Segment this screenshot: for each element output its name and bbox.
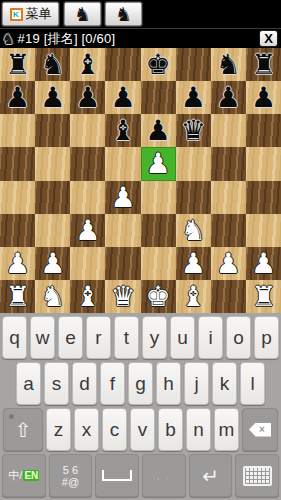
square-g1[interactable] [211,280,246,313]
square-g8[interactable]: ♞ [211,48,246,81]
shift-key[interactable]: ⇧ [3,408,43,451]
key-k[interactable]: k [212,362,237,405]
symbols-line1: 5 6 [63,464,78,476]
square-h2[interactable]: ♟ [246,247,281,280]
square-a4[interactable] [0,181,35,214]
piece-black-rook: ♜ [251,48,276,81]
knight-button-1[interactable]: ♞ [64,2,101,26]
key-y[interactable]: y [142,316,167,359]
key-x[interactable]: x [74,408,99,451]
key-s[interactable]: s [44,362,69,405]
square-g4[interactable] [211,181,246,214]
knight-icon: ♞ [115,5,132,24]
square-a5[interactable] [0,147,35,180]
close-button[interactable]: X [259,30,278,47]
square-a6[interactable] [0,114,35,147]
enter-key[interactable]: ↵ [189,454,233,497]
lang-prefix: 中/ [8,468,22,483]
piece-black-pawn: ♟ [216,81,241,114]
key-u[interactable]: u [170,316,195,359]
knight-icon: ♞ [2,32,15,46]
language-toggle-key[interactable]: 中/ EN [2,454,46,497]
square-a7[interactable]: ♟ [0,81,35,114]
key-d[interactable]: d [72,362,97,405]
key-t[interactable]: t [114,316,139,359]
space-key[interactable] [95,454,139,497]
key-p[interactable]: p [254,316,279,359]
piece-white-pawn: ♟ [251,247,276,280]
piece-white-king: ♚ [146,280,171,313]
piece-white-queen: ♛ [110,280,135,313]
key-e[interactable]: e [58,316,83,359]
shift-icon: ⇧ [15,420,32,440]
punctuation-key[interactable]: , . [142,454,186,497]
square-e2[interactable] [141,247,176,280]
piece-white-pawn: ♟ [110,181,135,214]
keyboard-icon [243,466,272,486]
title-bar: K 菜单 ♞ ♞ [0,0,281,28]
square-h5[interactable] [246,147,281,180]
puzzle-status-text: #19 [排名] [0/60] [18,30,116,48]
menu-button[interactable]: K 菜单 [2,2,59,26]
square-c7[interactable]: ♟ [70,81,105,114]
ime-switch-key[interactable] [235,454,279,497]
key-z[interactable]: z [46,408,71,451]
piece-black-rook: ♜ [5,48,30,81]
square-d6[interactable]: ♝ [105,114,140,147]
square-h8[interactable]: ♜ [246,48,281,81]
app-k-icon: K [10,8,23,21]
piece-black-queen: ♛ [181,114,206,147]
piece-white-pawn: ♟ [5,247,30,280]
punctuation-label: , . [157,470,171,481]
piece-white-bishop: ♝ [75,280,100,313]
status-bar: ♞ #19 [排名] [0/60] X [0,28,281,48]
square-b1[interactable]: ♞ [35,280,70,313]
key-l[interactable]: l [240,362,265,405]
square-h6[interactable] [246,114,281,147]
key-w[interactable]: w [30,316,55,359]
piece-black-knight: ♞ [216,48,241,81]
square-f7[interactable]: ♟ [176,81,211,114]
key-g[interactable]: g [128,362,153,405]
square-d3[interactable] [105,214,140,247]
symbols-key[interactable]: 5 6 #@ [49,454,93,497]
square-a8[interactable]: ♜ [0,48,35,81]
square-g6[interactable] [211,114,246,147]
piece-black-pawn: ♟ [40,81,65,114]
enter-icon: ↵ [202,466,219,486]
square-h1[interactable]: ♜ [246,280,281,313]
square-b8[interactable]: ♞ [35,48,70,81]
square-d2[interactable] [105,247,140,280]
key-a[interactable]: a [16,362,41,405]
piece-black-pawn: ♟ [146,114,171,147]
keyboard-row-2: asdfghjkl [0,362,281,405]
backspace-key[interactable]: × [242,408,278,451]
square-d8[interactable] [105,48,140,81]
knight-icon: ♞ [74,5,91,24]
square-c1[interactable]: ♝ [70,280,105,313]
piece-black-knight: ♞ [40,48,65,81]
lang-active-badge: EN [23,470,39,481]
piece-black-pawn: ♟ [181,81,206,114]
square-e5[interactable]: ♟ [141,147,176,180]
square-h3[interactable] [246,214,281,247]
piece-black-pawn: ♟ [110,81,135,114]
space-icon [102,470,132,481]
square-f5[interactable] [176,147,211,180]
square-e7[interactable] [141,81,176,114]
keyboard-bottom-row: 中/ EN 5 6 #@ , . ↵ [0,454,281,497]
square-e8[interactable]: ♚ [141,48,176,81]
square-b6[interactable] [35,114,70,147]
piece-black-pawn: ♟ [251,81,276,114]
square-f6[interactable]: ♛ [176,114,211,147]
square-d5[interactable] [105,147,140,180]
key-b[interactable]: b [158,408,183,451]
piece-white-pawn: ♟ [216,247,241,280]
square-a1[interactable]: ♜ [0,280,35,313]
square-a3[interactable] [0,214,35,247]
square-d1[interactable]: ♛ [105,280,140,313]
piece-white-rook: ♜ [251,280,276,313]
piece-white-pawn: ♟ [75,214,100,247]
key-v[interactable]: v [130,408,155,451]
piece-white-bishop: ♝ [181,280,206,313]
key-r[interactable]: r [86,316,111,359]
square-b4[interactable] [35,181,70,214]
knight-button-2[interactable]: ♞ [105,2,142,26]
key-i[interactable]: i [198,316,223,359]
piece-white-pawn: ♟ [40,247,65,280]
square-e4[interactable] [141,181,176,214]
piece-white-knight: ♞ [181,214,206,247]
virtual-keyboard: qwertyuiop asdfghjkl ⇧ zxcvbnm × 中/ EN 5… [0,313,281,500]
square-e3[interactable] [141,214,176,247]
square-f1[interactable]: ♝ [176,280,211,313]
key-j[interactable]: j [184,362,209,405]
piece-black-bishop: ♝ [110,114,135,147]
square-e6[interactable]: ♟ [141,114,176,147]
square-g2[interactable]: ♟ [211,247,246,280]
square-c8[interactable]: ♝ [70,48,105,81]
square-h4[interactable] [246,181,281,214]
key-q[interactable]: q [2,316,27,359]
square-c5[interactable] [70,147,105,180]
square-f2[interactable]: ♟ [176,247,211,280]
key-c[interactable]: c [102,408,127,451]
piece-black-pawn: ♟ [75,81,100,114]
piece-black-pawn: ♟ [5,81,30,114]
square-b3[interactable] [35,214,70,247]
square-a2[interactable]: ♟ [0,247,35,280]
square-c3[interactable]: ♟ [70,214,105,247]
square-c6[interactable] [70,114,105,147]
piece-white-knight: ♞ [40,280,65,313]
menu-button-label: 菜单 [26,5,52,23]
square-h7[interactable]: ♟ [246,81,281,114]
square-c2[interactable] [70,247,105,280]
square-f3[interactable]: ♞ [176,214,211,247]
square-g5[interactable] [211,147,246,180]
square-c4[interactable] [70,181,105,214]
square-f8[interactable] [176,48,211,81]
square-g7[interactable]: ♟ [211,81,246,114]
key-m[interactable]: m [214,408,239,451]
square-f4[interactable] [176,181,211,214]
piece-white-rook: ♜ [5,280,30,313]
piece-white-pawn: ♟ [181,247,206,280]
square-g3[interactable] [211,214,246,247]
keyboard-row-3: ⇧ zxcvbnm × [0,408,281,451]
chess-app-screen: K 菜单 ♞ ♞ ♞ #19 [排名] [0/60] X ♜♞♝♚♞♜♟♟♟♟♟… [0,0,281,500]
key-n[interactable]: n [186,408,211,451]
square-d4[interactable]: ♟ [105,181,140,214]
square-e1[interactable]: ♚ [141,280,176,313]
key-f[interactable]: f [100,362,125,405]
square-b2[interactable]: ♟ [35,247,70,280]
piece-black-bishop: ♝ [75,48,100,81]
piece-black-king: ♚ [146,48,171,81]
symbols-line2: #@ [62,476,79,488]
keyboard-row-1: qwertyuiop [0,316,281,359]
key-h[interactable]: h [156,362,181,405]
key-o[interactable]: o [226,316,251,359]
piece-white-pawn: ♟ [146,147,171,180]
square-d7[interactable]: ♟ [105,81,140,114]
shift-indicator-dot [9,414,14,419]
backspace-icon: × [249,423,271,437]
square-b5[interactable] [35,147,70,180]
chess-board: ♜♞♝♚♞♜♟♟♟♟♟♟♟♝♟♛♟♟♟♞♟♟♟♟♟♜♞♝♛♚♝♜ [0,48,281,313]
square-b7[interactable]: ♟ [35,81,70,114]
